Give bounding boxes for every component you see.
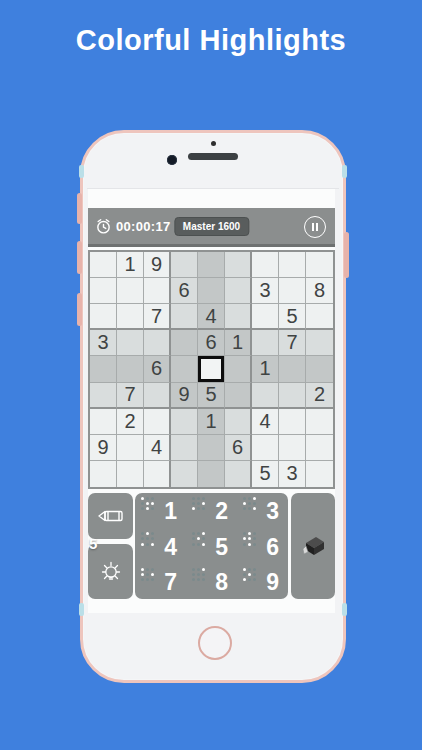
grid-cell-r5c8[interactable]: [279, 356, 306, 382]
pencil-button[interactable]: [88, 493, 133, 539]
numpad-key-2[interactable]: 2: [186, 493, 237, 528]
power-button: [344, 232, 349, 278]
grid-cell-r6c3[interactable]: [144, 383, 171, 409]
grid-cell-r1c6[interactable]: [225, 252, 252, 278]
grid-cell-r2c3[interactable]: [144, 278, 171, 304]
timer: 00:00:17: [95, 218, 170, 235]
grid-cell-r7c4[interactable]: [171, 409, 198, 435]
grid-cell-r9c9[interactable]: [306, 461, 333, 487]
grid-cell-r1c1[interactable]: [90, 252, 117, 278]
antenna-tab-bottom-left: [79, 603, 84, 616]
grid-cell-r8c8[interactable]: [279, 435, 306, 461]
grid-cell-r9c6[interactable]: [225, 461, 252, 487]
grid-cell-r9c7[interactable]: 5: [252, 461, 279, 487]
grid-cell-r4c3[interactable]: [144, 330, 171, 356]
volume-up-button: [77, 241, 82, 274]
speaker-grille: [188, 153, 238, 160]
grid-cell-r3c3[interactable]: 7: [144, 304, 171, 330]
numpad-key-6[interactable]: 6: [237, 528, 288, 563]
grid-cell-r8c2[interactable]: [117, 435, 144, 461]
page-title: Colorful Highlights: [0, 24, 422, 57]
antenna-tab-bottom-right: [342, 603, 347, 616]
front-camera: [167, 155, 177, 165]
grid-cell-r3c9[interactable]: [306, 304, 333, 330]
number-pad: 123456789: [135, 493, 288, 599]
grid-cell-r8c1[interactable]: 9: [90, 435, 117, 461]
grid-cell-r6c6[interactable]: [225, 383, 252, 409]
grid-cell-r2c5[interactable]: [198, 278, 225, 304]
hint-count-badge: 5: [89, 535, 97, 552]
grid-cell-r1c8[interactable]: [279, 252, 306, 278]
antenna-tab-top-right: [342, 165, 347, 178]
grid-cell-r8c6[interactable]: 6: [225, 435, 252, 461]
numpad-key-5[interactable]: 5: [186, 528, 237, 563]
grid-cell-r2c7[interactable]: 3: [252, 278, 279, 304]
volume-down-button: [77, 293, 82, 326]
grid-cell-r4c6[interactable]: 1: [225, 330, 252, 356]
eraser-button[interactable]: [291, 493, 335, 599]
numpad-digit-label: 8: [215, 569, 228, 596]
numpad-key-9[interactable]: 9: [237, 564, 288, 599]
grid-cell-r1c2[interactable]: 1: [117, 252, 144, 278]
grid-cell-r9c8[interactable]: 3: [279, 461, 306, 487]
grid-cell-r5c7[interactable]: 1: [252, 356, 279, 382]
difficulty-badge: Master 1600: [174, 217, 249, 236]
numpad-key-1[interactable]: 1: [135, 493, 186, 528]
grid-cell-r7c9[interactable]: [306, 409, 333, 435]
grid-cell-r2c2[interactable]: [117, 278, 144, 304]
grid-cell-r8c3[interactable]: 4: [144, 435, 171, 461]
mute-switch: [77, 193, 82, 224]
eraser-icon: [296, 529, 330, 563]
grid-cell-r6c8[interactable]: [279, 383, 306, 409]
grid-cell-r6c9[interactable]: 2: [306, 383, 333, 409]
grid-cell-r6c7[interactable]: [252, 383, 279, 409]
grid-cell-r6c5[interactable]: 5: [198, 383, 225, 409]
phone-mockup: 00:00:17 Master 1600 1963874536176179522…: [80, 130, 346, 683]
hint-button[interactable]: [88, 544, 133, 599]
grid-cell-r7c8[interactable]: [279, 409, 306, 435]
grid-cell-r7c2[interactable]: 2: [117, 409, 144, 435]
grid-cell-r8c7[interactable]: [252, 435, 279, 461]
grid-cell-r4c9[interactable]: [306, 330, 333, 356]
grid-cell-r4c8[interactable]: 7: [279, 330, 306, 356]
grid-cell-r6c4[interactable]: 9: [171, 383, 198, 409]
grid-cell-r4c7[interactable]: [252, 330, 279, 356]
numpad-digit-label: 3: [266, 498, 279, 525]
pencil-icon: [97, 508, 125, 524]
grid-cell-r9c1[interactable]: [90, 461, 117, 487]
grid-cell-r5c4[interactable]: [171, 356, 198, 382]
grid-cell-r3c5[interactable]: 4: [198, 304, 225, 330]
numpad-digit-label: 1: [164, 498, 177, 525]
sudoku-grid: 19638745361761795221494653: [88, 250, 335, 489]
grid-cell-r2c1[interactable]: [90, 278, 117, 304]
grid-cell-r7c6[interactable]: [225, 409, 252, 435]
grid-cell-r5c9[interactable]: [306, 356, 333, 382]
timer-text: 00:00:17: [116, 219, 170, 234]
grid-cell-r9c3[interactable]: [144, 461, 171, 487]
grid-cell-r1c5[interactable]: [198, 252, 225, 278]
pause-button[interactable]: [304, 216, 326, 238]
digit-9-box-indicator: [243, 568, 257, 582]
grid-cell-r3c1[interactable]: [90, 304, 117, 330]
grid-cell-r4c5[interactable]: 6: [198, 330, 225, 356]
grid-cell-r4c4[interactable]: [171, 330, 198, 356]
grid-cell-r7c5[interactable]: 1: [198, 409, 225, 435]
alarm-clock-icon: [95, 218, 112, 235]
pause-icon: [312, 223, 314, 231]
digit-1-box-indicator: [141, 497, 155, 511]
numpad-key-8[interactable]: 8: [186, 564, 237, 599]
digit-2-box-indicator: [192, 497, 206, 511]
numpad-key-3[interactable]: 3: [237, 493, 288, 528]
control-panel: 5 123456789: [88, 493, 335, 599]
antenna-tab-top-left: [79, 165, 84, 178]
grid-cell-r1c9[interactable]: [306, 252, 333, 278]
digit-6-box-indicator: [243, 532, 257, 546]
grid-cell-r2c8[interactable]: [279, 278, 306, 304]
grid-cell-r4c2[interactable]: [117, 330, 144, 356]
top-bar: 00:00:17 Master 1600: [88, 208, 335, 247]
digit-4-box-indicator: [141, 532, 155, 546]
grid-cell-r9c4[interactable]: [171, 461, 198, 487]
grid-cell-r9c5[interactable]: [198, 461, 225, 487]
numpad-key-7[interactable]: 7: [135, 564, 186, 599]
numpad-digit-label: 4: [164, 534, 177, 561]
grid-cell-r7c1[interactable]: [90, 409, 117, 435]
home-button: [198, 626, 232, 660]
digit-5-box-indicator: [192, 532, 206, 546]
grid-cell-r1c3[interactable]: 9: [144, 252, 171, 278]
numpad-digit-label: 2: [215, 498, 228, 525]
numpad-digit-label: 6: [266, 534, 279, 561]
light-bulb-icon: [96, 557, 126, 587]
grid-cell-r1c7[interactable]: [252, 252, 279, 278]
grid-cell-r8c9[interactable]: [306, 435, 333, 461]
grid-cell-r5c6[interactable]: [225, 356, 252, 382]
pause-icon: [316, 223, 318, 231]
grid-cell-r2c9[interactable]: 8: [306, 278, 333, 304]
digit-7-box-indicator: [141, 568, 155, 582]
grid-cell-r7c7[interactable]: 4: [252, 409, 279, 435]
grid-cell-r2c4[interactable]: 6: [171, 278, 198, 304]
digit-3-box-indicator: [243, 497, 257, 511]
numpad-key-4[interactable]: 4: [135, 528, 186, 563]
grid-cell-r8c4[interactable]: [171, 435, 198, 461]
grid-cell-r4c1[interactable]: 3: [90, 330, 117, 356]
app-screen: 00:00:17 Master 1600 1963874536176179522…: [88, 189, 335, 613]
grid-cell-r7c3[interactable]: [144, 409, 171, 435]
grid-cell-r2c6[interactable]: [225, 278, 252, 304]
grid-cell-r5c2[interactable]: [117, 356, 144, 382]
digit-8-box-indicator: [192, 568, 206, 582]
grid-cell-r5c3[interactable]: 6: [144, 356, 171, 382]
grid-cell-r9c2[interactable]: [117, 461, 144, 487]
grid-cell-r6c1[interactable]: [90, 383, 117, 409]
grid-cell-r3c2[interactable]: [117, 304, 144, 330]
numpad-digit-label: 5: [215, 534, 228, 561]
numpad-digit-label: 9: [266, 569, 279, 596]
grid-cell-r1c4[interactable]: [171, 252, 198, 278]
grid-cell-r3c8[interactable]: 5: [279, 304, 306, 330]
grid-cell-r5c1[interactable]: [90, 356, 117, 382]
grid-cell-r3c4[interactable]: [171, 304, 198, 330]
grid-cell-r6c2[interactable]: 7: [117, 383, 144, 409]
proximity-sensor: [211, 141, 216, 146]
grid-cell-r8c5[interactable]: [198, 435, 225, 461]
numpad-digit-label: 7: [164, 569, 177, 596]
grid-cell-r5c5[interactable]: [198, 356, 225, 382]
grid-cell-r3c6[interactable]: [225, 304, 252, 330]
grid-cell-r3c7[interactable]: [252, 304, 279, 330]
